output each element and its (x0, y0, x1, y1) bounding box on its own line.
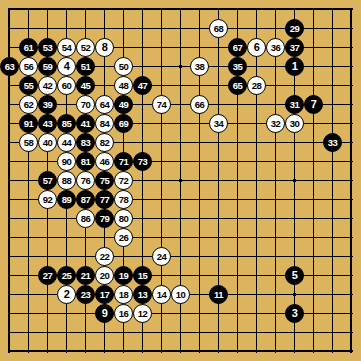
intersection[interactable] (247, 171, 266, 190)
intersection[interactable]: 81 (76, 152, 95, 171)
intersection[interactable] (114, 38, 133, 57)
intersection[interactable]: 66 (190, 95, 209, 114)
intersection[interactable] (228, 342, 247, 361)
intersection[interactable] (342, 171, 361, 190)
intersection[interactable] (95, 57, 114, 76)
intersection[interactable] (114, 342, 133, 361)
intersection[interactable] (266, 57, 285, 76)
intersection[interactable] (266, 190, 285, 209)
intersection[interactable] (190, 171, 209, 190)
intersection[interactable]: 31 (285, 95, 304, 114)
intersection[interactable] (0, 228, 19, 247)
intersection[interactable] (247, 266, 266, 285)
intersection[interactable] (209, 38, 228, 57)
intersection[interactable]: 75 (95, 171, 114, 190)
intersection[interactable] (342, 247, 361, 266)
intersection[interactable]: 33 (323, 133, 342, 152)
intersection[interactable] (19, 247, 38, 266)
intersection[interactable]: 42 (38, 76, 57, 95)
intersection[interactable] (247, 19, 266, 38)
intersection[interactable] (304, 57, 323, 76)
intersection[interactable] (323, 304, 342, 323)
intersection[interactable] (228, 228, 247, 247)
intersection[interactable] (38, 247, 57, 266)
intersection[interactable] (152, 209, 171, 228)
intersection[interactable] (114, 19, 133, 38)
intersection[interactable] (304, 38, 323, 57)
intersection[interactable] (171, 114, 190, 133)
intersection[interactable] (171, 342, 190, 361)
intersection[interactable] (171, 133, 190, 152)
intersection[interactable] (266, 133, 285, 152)
intersection[interactable] (247, 228, 266, 247)
intersection[interactable] (38, 285, 57, 304)
intersection[interactable]: 3 (285, 304, 304, 323)
intersection[interactable] (304, 228, 323, 247)
intersection[interactable] (323, 95, 342, 114)
intersection[interactable] (171, 57, 190, 76)
intersection[interactable] (304, 247, 323, 266)
intersection[interactable] (209, 323, 228, 342)
intersection[interactable] (228, 0, 247, 19)
intersection[interactable]: 36 (266, 38, 285, 57)
intersection[interactable]: 79 (95, 209, 114, 228)
intersection[interactable] (342, 285, 361, 304)
intersection[interactable] (57, 95, 76, 114)
intersection[interactable] (304, 171, 323, 190)
intersection[interactable] (171, 152, 190, 171)
intersection[interactable] (190, 76, 209, 95)
intersection[interactable] (19, 285, 38, 304)
intersection[interactable]: 43 (38, 114, 57, 133)
intersection[interactable] (228, 304, 247, 323)
intersection[interactable] (342, 304, 361, 323)
intersection[interactable] (209, 342, 228, 361)
intersection[interactable] (152, 152, 171, 171)
intersection[interactable] (171, 304, 190, 323)
intersection[interactable] (247, 114, 266, 133)
intersection[interactable] (190, 342, 209, 361)
intersection[interactable] (190, 266, 209, 285)
intersection[interactable] (228, 95, 247, 114)
intersection[interactable]: 56 (19, 57, 38, 76)
intersection[interactable] (342, 38, 361, 57)
intersection[interactable]: 28 (247, 76, 266, 95)
intersection[interactable] (152, 304, 171, 323)
intersection[interactable] (0, 285, 19, 304)
intersection[interactable] (171, 190, 190, 209)
intersection[interactable]: 24 (152, 247, 171, 266)
intersection[interactable]: 14 (152, 285, 171, 304)
intersection[interactable]: 38 (190, 57, 209, 76)
intersection[interactable] (57, 323, 76, 342)
intersection[interactable] (0, 76, 19, 95)
intersection[interactable] (133, 19, 152, 38)
intersection[interactable]: 9 (95, 304, 114, 323)
intersection[interactable]: 7 (304, 95, 323, 114)
intersection[interactable] (133, 247, 152, 266)
intersection[interactable] (19, 209, 38, 228)
intersection[interactable] (0, 323, 19, 342)
intersection[interactable] (0, 152, 19, 171)
intersection[interactable] (342, 323, 361, 342)
intersection[interactable]: 13 (133, 285, 152, 304)
intersection[interactable] (228, 190, 247, 209)
intersection[interactable] (114, 323, 133, 342)
intersection[interactable] (304, 304, 323, 323)
intersection[interactable] (342, 266, 361, 285)
intersection[interactable] (266, 247, 285, 266)
intersection[interactable] (114, 0, 133, 19)
intersection[interactable] (0, 114, 19, 133)
intersection[interactable] (323, 266, 342, 285)
intersection[interactable] (285, 228, 304, 247)
intersection[interactable] (19, 323, 38, 342)
intersection[interactable] (285, 285, 304, 304)
intersection[interactable] (304, 19, 323, 38)
intersection[interactable]: 53 (38, 38, 57, 57)
intersection[interactable] (209, 171, 228, 190)
intersection[interactable] (342, 95, 361, 114)
intersection[interactable] (57, 342, 76, 361)
intersection[interactable] (304, 133, 323, 152)
intersection[interactable] (0, 209, 19, 228)
intersection[interactable] (133, 342, 152, 361)
intersection[interactable] (209, 76, 228, 95)
intersection[interactable] (285, 152, 304, 171)
intersection[interactable]: 49 (114, 95, 133, 114)
intersection[interactable] (19, 304, 38, 323)
intersection[interactable]: 11 (209, 285, 228, 304)
intersection[interactable] (266, 228, 285, 247)
intersection[interactable] (114, 247, 133, 266)
intersection[interactable]: 12 (133, 304, 152, 323)
intersection[interactable]: 60 (57, 76, 76, 95)
intersection[interactable]: 80 (114, 209, 133, 228)
intersection[interactable] (247, 133, 266, 152)
intersection[interactable]: 47 (133, 76, 152, 95)
intersection[interactable] (323, 209, 342, 228)
intersection[interactable]: 69 (114, 114, 133, 133)
intersection[interactable] (0, 342, 19, 361)
intersection[interactable]: 48 (114, 76, 133, 95)
intersection[interactable] (171, 247, 190, 266)
intersection[interactable] (304, 323, 323, 342)
intersection[interactable] (323, 323, 342, 342)
intersection[interactable] (76, 228, 95, 247)
intersection[interactable] (0, 133, 19, 152)
intersection[interactable] (38, 342, 57, 361)
intersection[interactable] (152, 76, 171, 95)
intersection[interactable] (342, 0, 361, 19)
intersection[interactable] (133, 57, 152, 76)
intersection[interactable] (190, 190, 209, 209)
intersection[interactable] (171, 228, 190, 247)
intersection[interactable]: 90 (57, 152, 76, 171)
intersection[interactable] (133, 38, 152, 57)
intersection[interactable] (152, 0, 171, 19)
intersection[interactable]: 35 (228, 57, 247, 76)
intersection[interactable] (228, 209, 247, 228)
intersection[interactable] (190, 38, 209, 57)
intersection[interactable]: 71 (114, 152, 133, 171)
intersection[interactable] (304, 114, 323, 133)
intersection[interactable]: 30 (285, 114, 304, 133)
intersection[interactable] (38, 152, 57, 171)
intersection[interactable]: 67 (228, 38, 247, 57)
intersection[interactable] (190, 0, 209, 19)
intersection[interactable] (323, 0, 342, 19)
intersection[interactable] (304, 209, 323, 228)
intersection[interactable] (266, 0, 285, 19)
intersection[interactable]: 68 (209, 19, 228, 38)
intersection[interactable]: 4 (57, 57, 76, 76)
intersection[interactable] (323, 38, 342, 57)
intersection[interactable]: 54 (57, 38, 76, 57)
intersection[interactable]: 74 (152, 95, 171, 114)
intersection[interactable] (76, 247, 95, 266)
intersection[interactable]: 76 (76, 171, 95, 190)
intersection[interactable] (190, 133, 209, 152)
intersection[interactable] (323, 152, 342, 171)
intersection[interactable] (342, 114, 361, 133)
intersection[interactable] (95, 0, 114, 19)
intersection[interactable] (285, 171, 304, 190)
intersection[interactable] (76, 19, 95, 38)
intersection[interactable]: 25 (57, 266, 76, 285)
intersection[interactable] (76, 323, 95, 342)
intersection[interactable] (152, 114, 171, 133)
intersection[interactable] (190, 228, 209, 247)
intersection[interactable] (171, 38, 190, 57)
intersection[interactable] (95, 228, 114, 247)
intersection[interactable] (285, 0, 304, 19)
intersection[interactable] (171, 209, 190, 228)
intersection[interactable] (266, 76, 285, 95)
intersection[interactable]: 29 (285, 19, 304, 38)
intersection[interactable] (38, 304, 57, 323)
intersection[interactable] (247, 304, 266, 323)
intersection[interactable]: 26 (114, 228, 133, 247)
intersection[interactable] (209, 57, 228, 76)
intersection[interactable] (247, 285, 266, 304)
intersection[interactable]: 72 (114, 171, 133, 190)
intersection[interactable] (152, 266, 171, 285)
intersection[interactable] (190, 152, 209, 171)
intersection[interactable] (171, 95, 190, 114)
intersection[interactable] (0, 266, 19, 285)
intersection[interactable]: 61 (19, 38, 38, 57)
intersection[interactable] (304, 266, 323, 285)
intersection[interactable]: 22 (95, 247, 114, 266)
intersection[interactable]: 59 (38, 57, 57, 76)
intersection[interactable] (209, 247, 228, 266)
intersection[interactable] (209, 304, 228, 323)
intersection[interactable] (342, 152, 361, 171)
intersection[interactable] (171, 171, 190, 190)
intersection[interactable]: 46 (95, 152, 114, 171)
intersection[interactable] (342, 209, 361, 228)
intersection[interactable] (57, 228, 76, 247)
intersection[interactable] (133, 95, 152, 114)
intersection[interactable] (57, 0, 76, 19)
intersection[interactable]: 50 (114, 57, 133, 76)
intersection[interactable] (57, 19, 76, 38)
intersection[interactable] (209, 228, 228, 247)
intersection[interactable]: 86 (76, 209, 95, 228)
intersection[interactable]: 91 (19, 114, 38, 133)
intersection[interactable] (95, 342, 114, 361)
intersection[interactable] (247, 247, 266, 266)
intersection[interactable] (133, 190, 152, 209)
intersection[interactable] (247, 57, 266, 76)
intersection[interactable] (0, 247, 19, 266)
intersection[interactable]: 89 (57, 190, 76, 209)
intersection[interactable]: 8 (95, 38, 114, 57)
intersection[interactable] (19, 266, 38, 285)
intersection[interactable] (228, 266, 247, 285)
intersection[interactable] (152, 323, 171, 342)
intersection[interactable] (0, 304, 19, 323)
intersection[interactable] (76, 304, 95, 323)
intersection[interactable] (0, 95, 19, 114)
intersection[interactable] (76, 342, 95, 361)
intersection[interactable] (57, 247, 76, 266)
intersection[interactable] (266, 266, 285, 285)
intersection[interactable] (19, 228, 38, 247)
intersection[interactable]: 41 (76, 114, 95, 133)
intersection[interactable] (304, 190, 323, 209)
intersection[interactable]: 21 (76, 266, 95, 285)
intersection[interactable]: 37 (285, 38, 304, 57)
intersection[interactable] (209, 190, 228, 209)
intersection[interactable] (323, 76, 342, 95)
intersection[interactable] (95, 19, 114, 38)
intersection[interactable]: 51 (76, 57, 95, 76)
intersection[interactable]: 65 (228, 76, 247, 95)
intersection[interactable]: 83 (76, 133, 95, 152)
intersection[interactable]: 55 (19, 76, 38, 95)
intersection[interactable] (209, 133, 228, 152)
intersection[interactable] (342, 57, 361, 76)
intersection[interactable]: 52 (76, 38, 95, 57)
intersection[interactable] (190, 114, 209, 133)
intersection[interactable] (323, 342, 342, 361)
intersection[interactable]: 64 (95, 95, 114, 114)
intersection[interactable] (0, 171, 19, 190)
intersection[interactable] (133, 209, 152, 228)
intersection[interactable] (285, 342, 304, 361)
intersection[interactable]: 82 (95, 133, 114, 152)
intersection[interactable] (247, 152, 266, 171)
intersection[interactable] (247, 190, 266, 209)
intersection[interactable] (209, 95, 228, 114)
intersection[interactable] (57, 304, 76, 323)
intersection[interactable] (323, 228, 342, 247)
intersection[interactable] (171, 266, 190, 285)
intersection[interactable]: 92 (38, 190, 57, 209)
intersection[interactable]: 45 (76, 76, 95, 95)
intersection[interactable]: 85 (57, 114, 76, 133)
intersection[interactable] (0, 190, 19, 209)
intersection[interactable]: 5 (285, 266, 304, 285)
intersection[interactable] (228, 133, 247, 152)
intersection[interactable]: 32 (266, 114, 285, 133)
intersection[interactable] (228, 114, 247, 133)
intersection[interactable] (209, 0, 228, 19)
intersection[interactable]: 88 (57, 171, 76, 190)
intersection[interactable] (19, 0, 38, 19)
intersection[interactable] (285, 209, 304, 228)
intersection[interactable] (247, 342, 266, 361)
intersection[interactable] (190, 285, 209, 304)
intersection[interactable]: 63 (0, 57, 19, 76)
intersection[interactable] (285, 190, 304, 209)
intersection[interactable]: 57 (38, 171, 57, 190)
intersection[interactable]: 19 (114, 266, 133, 285)
intersection[interactable]: 62 (19, 95, 38, 114)
intersection[interactable] (342, 133, 361, 152)
intersection[interactable] (285, 323, 304, 342)
intersection[interactable]: 15 (133, 266, 152, 285)
intersection[interactable] (152, 190, 171, 209)
intersection[interactable]: 6 (247, 38, 266, 57)
intersection[interactable] (266, 209, 285, 228)
intersection[interactable]: 39 (38, 95, 57, 114)
intersection[interactable] (342, 342, 361, 361)
intersection[interactable] (247, 95, 266, 114)
intersection[interactable] (209, 209, 228, 228)
intersection[interactable] (342, 19, 361, 38)
intersection[interactable] (342, 190, 361, 209)
intersection[interactable] (190, 247, 209, 266)
intersection[interactable] (266, 95, 285, 114)
intersection[interactable] (342, 228, 361, 247)
intersection[interactable]: 17 (95, 285, 114, 304)
intersection[interactable] (19, 171, 38, 190)
intersection[interactable] (266, 171, 285, 190)
intersection[interactable] (19, 342, 38, 361)
intersection[interactable]: 10 (171, 285, 190, 304)
intersection[interactable] (19, 19, 38, 38)
intersection[interactable] (228, 247, 247, 266)
intersection[interactable] (38, 323, 57, 342)
intersection[interactable] (285, 133, 304, 152)
intersection[interactable] (304, 152, 323, 171)
intersection[interactable]: 27 (38, 266, 57, 285)
intersection[interactable] (0, 0, 19, 19)
intersection[interactable] (190, 19, 209, 38)
intersection[interactable] (76, 0, 95, 19)
intersection[interactable] (19, 152, 38, 171)
intersection[interactable]: 73 (133, 152, 152, 171)
intersection[interactable] (209, 266, 228, 285)
intersection[interactable] (190, 209, 209, 228)
intersection[interactable] (247, 209, 266, 228)
intersection[interactable] (266, 304, 285, 323)
intersection[interactable] (323, 285, 342, 304)
intersection[interactable] (304, 0, 323, 19)
intersection[interactable] (152, 38, 171, 57)
intersection[interactable] (133, 228, 152, 247)
intersection[interactable] (228, 152, 247, 171)
intersection[interactable]: 58 (19, 133, 38, 152)
intersection[interactable] (38, 19, 57, 38)
intersection[interactable] (247, 0, 266, 19)
intersection[interactable]: 87 (76, 190, 95, 209)
intersection[interactable]: 34 (209, 114, 228, 133)
intersection[interactable]: 78 (114, 190, 133, 209)
